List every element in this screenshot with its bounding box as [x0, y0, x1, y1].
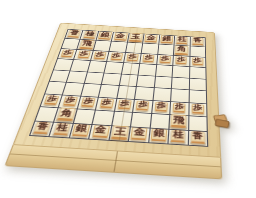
- board-surface: 香桂銀金玉金銀桂香飛角歩歩歩歩歩歩歩歩歩歩歩歩歩歩歩歩歩歩角飛香桂銀金王金銀桂香: [29, 29, 208, 147]
- board-cell: 歩: [115, 98, 134, 112]
- piece-kanji: 歩: [175, 103, 185, 110]
- board-cell: 桂: [169, 129, 188, 144]
- board-cell: [156, 65, 173, 76]
- board-cell: [74, 109, 95, 123]
- board-cell: [190, 47, 205, 57]
- board-cell: [102, 73, 121, 85]
- shogi-piece-pawn: 歩: [118, 99, 132, 110]
- piece-kanji: 歩: [161, 55, 170, 61]
- shogi-piece-pawn: 歩: [154, 102, 167, 113]
- shogi-board: 香桂銀金玉金銀桂香飛角歩歩歩歩歩歩歩歩歩歩歩歩歩歩歩歩歩歩角飛香桂銀金王金銀桂香: [4, 23, 222, 180]
- piece-kanji: 歩: [138, 101, 148, 108]
- shogi-piece-lance: 香: [190, 131, 205, 144]
- board-cell: [189, 116, 207, 130]
- board-cell: [93, 111, 114, 125]
- board-cell: [158, 45, 174, 55]
- shogi-piece-pawn: 歩: [126, 53, 138, 61]
- board-cell: [81, 84, 101, 97]
- board-cell: 歩: [124, 53, 141, 64]
- board-cell: [137, 75, 155, 87]
- board-cell: [126, 43, 143, 53]
- board-cell: 銀: [70, 123, 92, 138]
- board-frame: 香桂銀金玉金銀桂香飛角歩歩歩歩歩歩歩歩歩歩歩歩歩歩歩歩歩歩角飛香桂銀金王金銀桂香: [13, 23, 222, 158]
- piece-kanji: 香: [192, 131, 203, 140]
- piece-kanji: 歩: [144, 54, 153, 60]
- piece-kanji: 歩: [112, 52, 121, 58]
- board-cell: [110, 42, 127, 52]
- board-cell: 香: [190, 37, 205, 47]
- board-cell: [190, 67, 206, 79]
- shogi-piece-silver: 銀: [98, 31, 112, 40]
- board-cell: 金: [90, 125, 111, 140]
- shogi-piece-silver: 銀: [160, 35, 173, 44]
- piece-kanji: 歩: [177, 56, 186, 62]
- product-photo: 香桂銀金玉金銀桂香飛角歩歩歩歩歩歩歩歩歩歩歩歩歩歩歩歩歩歩角飛香桂銀金王金銀桂香: [0, 0, 256, 198]
- board-cell: 銀: [149, 128, 169, 143]
- board-cell: [139, 64, 156, 75]
- piece-kanji: 桂: [56, 123, 69, 132]
- board-cell: [117, 86, 136, 99]
- shogi-piece-pawn: 歩: [192, 57, 203, 66]
- shogi-piece-pawn: 歩: [93, 51, 106, 59]
- piece-kanji: 歩: [101, 98, 112, 105]
- board-cell: 玉: [128, 33, 144, 43]
- piece-kanji: 銀: [100, 32, 110, 38]
- board-cell: [150, 114, 169, 128]
- board-cell: [122, 63, 140, 74]
- clasp-latch: [215, 115, 230, 130]
- board-cell: [153, 88, 171, 101]
- board-cell: [67, 71, 86, 83]
- board-cell: 銀: [159, 35, 174, 45]
- shogi-piece-pawn: 歩: [176, 56, 187, 65]
- shogi-piece-gold: 金: [131, 127, 148, 141]
- board-cell: [155, 76, 172, 88]
- board-cell: [173, 66, 189, 77]
- board-cell: 歩: [157, 55, 173, 66]
- piece-kanji: 歩: [95, 51, 105, 57]
- shogi-piece-gold: 金: [113, 32, 127, 41]
- board-cell: 歩: [189, 103, 206, 117]
- board-cell: [135, 87, 153, 100]
- shogi-piece-bishop: 角: [175, 45, 189, 55]
- board-grid: 香桂銀金玉金銀桂香飛角歩歩歩歩歩歩歩歩歩歩歩歩歩歩歩歩歩歩角飛香桂銀金王金銀桂香: [29, 29, 208, 147]
- shogi-piece-lance: 香: [67, 30, 81, 38]
- board-cell: 歩: [140, 54, 157, 65]
- board-cell: 飛: [170, 115, 188, 129]
- piece-kanji: 歩: [193, 57, 201, 63]
- board-cell: 角: [55, 108, 77, 122]
- board-cell: [71, 60, 90, 71]
- board-cell: [120, 74, 138, 86]
- shogi-piece-pawn: 歩: [110, 52, 123, 60]
- shogi-piece-pawn: 歩: [62, 96, 77, 107]
- piece-kanji: 歩: [120, 99, 131, 106]
- board-cell: [142, 44, 158, 54]
- piece-kanji: 角: [60, 109, 74, 118]
- board-cell: [131, 113, 150, 127]
- piece-kanji: 歩: [128, 53, 137, 59]
- piece-kanji: 王: [114, 126, 127, 136]
- board-cell: [99, 85, 118, 98]
- shogi-piece-pawn: 歩: [143, 54, 155, 63]
- board-cell: [172, 77, 189, 89]
- shogi-piece-rook: 飛: [170, 115, 187, 129]
- shogi-piece-pawn: 歩: [81, 97, 96, 108]
- shogi-piece-lance: 香: [192, 37, 204, 45]
- shogi-piece-lance: 香: [33, 122, 52, 135]
- shogi-piece-pawn: 歩: [61, 49, 75, 57]
- board-cell: 歩: [96, 97, 116, 110]
- board-cell: 角: [174, 46, 189, 56]
- board-cell: [85, 72, 104, 84]
- piece-kanji: 歩: [79, 50, 89, 56]
- shogi-piece-pawn: 歩: [44, 95, 60, 105]
- board-cell: 歩: [59, 95, 80, 108]
- board-cell: 王: [109, 126, 130, 141]
- piece-kanji: 桂: [178, 37, 187, 43]
- board-cell: 歩: [74, 50, 92, 61]
- board-cell: 歩: [107, 52, 124, 63]
- shogi-piece-bishop: 角: [56, 108, 76, 122]
- piece-kanji: 桂: [173, 130, 184, 139]
- piece-kanji: 角: [177, 46, 187, 53]
- board-cell: 飛: [78, 40, 96, 50]
- shogi-piece-knight: 桂: [53, 123, 71, 136]
- shogi-piece-gold: 金: [91, 125, 109, 139]
- piece-kanji: 桂: [85, 31, 95, 37]
- shogi-piece-knight: 桂: [83, 31, 97, 39]
- piece-kanji: 香: [36, 122, 49, 131]
- board-cell: 金: [143, 34, 159, 44]
- piece-kanji: 歩: [193, 104, 202, 111]
- piece-kanji: 銀: [162, 35, 171, 41]
- shogi-piece-king-gote: 玉: [128, 33, 143, 42]
- shogi-piece-rook: 飛: [79, 39, 95, 49]
- board-cell: 歩: [133, 100, 152, 114]
- board-cell: [189, 90, 206, 103]
- shogi-piece-pawn: 歩: [77, 50, 90, 58]
- piece-kanji: 飛: [173, 115, 185, 124]
- piece-kanji: 香: [70, 30, 80, 36]
- piece-kanji: 歩: [83, 97, 94, 104]
- piece-kanji: 金: [94, 125, 107, 134]
- board-cell: [94, 41, 111, 51]
- board-cell: 歩: [190, 57, 206, 68]
- board-cell: [63, 83, 83, 96]
- board-cell: 桂: [50, 122, 73, 137]
- latch-knob-bottom: [215, 119, 230, 129]
- fold-seam-front: [113, 151, 118, 171]
- shogi-piece-silver: 銀: [72, 123, 91, 137]
- shogi-piece-pawn: 歩: [191, 104, 204, 115]
- shogi-piece-pawn: 歩: [136, 100, 150, 111]
- shogi-piece-gold: 金: [145, 34, 158, 43]
- shogi-piece-king-sente: 王: [110, 125, 129, 140]
- piece-kanji: 歩: [156, 102, 166, 109]
- board-cell: 歩: [152, 101, 170, 115]
- shogi-piece-pawn: 歩: [173, 103, 186, 114]
- board-cell: 歩: [170, 102, 188, 116]
- shogi-piece-silver: 銀: [150, 128, 167, 142]
- piece-kanji: 金: [147, 35, 156, 41]
- piece-kanji: 銀: [153, 129, 165, 138]
- piece-kanji: 歩: [63, 49, 73, 55]
- board-cell: 歩: [78, 96, 98, 109]
- piece-kanji: 歩: [65, 96, 76, 103]
- piece-kanji: 金: [134, 127, 146, 136]
- shogi-piece-knight: 桂: [176, 36, 188, 44]
- shogi-piece-pawn: 歩: [99, 98, 114, 109]
- board-cell: [171, 89, 188, 102]
- piece-kanji: 歩: [46, 95, 58, 102]
- piece-kanji: 金: [116, 33, 126, 39]
- shogi-piece-knight: 桂: [171, 130, 186, 143]
- board-cell: 銀: [96, 31, 113, 41]
- board-cell: [112, 112, 132, 126]
- piece-kanji: 飛: [82, 40, 93, 46]
- board-cell: 歩: [173, 56, 189, 67]
- board-cell: 金: [129, 127, 149, 142]
- piece-kanji: 銀: [75, 124, 88, 133]
- shogi-piece-pawn: 歩: [159, 55, 171, 64]
- board-cell: [88, 61, 106, 72]
- board-cell: 歩: [91, 51, 109, 62]
- board-cell: [189, 78, 205, 90]
- piece-kanji: 玉: [131, 33, 141, 39]
- board-cell: 金: [112, 32, 128, 42]
- board-cell: [105, 62, 123, 73]
- piece-kanji: 香: [193, 38, 201, 44]
- board-cell: 香: [188, 130, 207, 145]
